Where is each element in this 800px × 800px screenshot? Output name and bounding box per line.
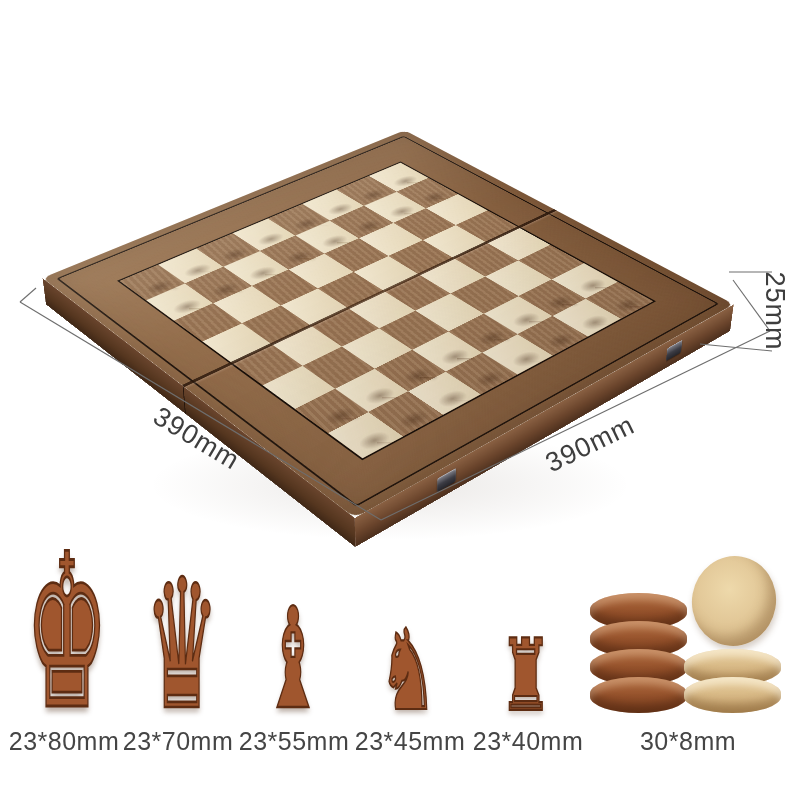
- pawn-glyph: ♟: [167, 270, 211, 308]
- board-top-face: ♜♞♝♛♚♝♞♜♟♟♟♟♟♟♟♟♟♟♟♟♟♟♟♟♜♞♝♛♚♝♞♜: [42, 130, 733, 518]
- pawn-glyph: ♟: [205, 253, 248, 290]
- latch-icon: [666, 340, 683, 361]
- rook-glyph: ♜: [500, 637, 552, 713]
- board-left-side-seam: [183, 386, 186, 415]
- board-scene: ♜♞♝♛♚♝♞♜♟♟♟♟♟♟♟♟♟♟♟♟♟♟♟♟♜♞♝♛♚♝♞♜: [139, 46, 629, 536]
- size-label-checkers: 30*8mm: [640, 727, 736, 756]
- king-glyph: ♚: [25, 551, 108, 713]
- size-label-rook: 23*40mm: [473, 727, 584, 756]
- checker-disc-brown: [590, 677, 687, 713]
- knight-glyph: ♞: [379, 628, 438, 713]
- rook-glyph: ♜: [347, 392, 405, 443]
- latch-icon: [437, 468, 456, 492]
- chess-board: ♜♞♝♛♚♝♞♜♟♟♟♟♟♟♟♟♟♟♟♟♟♟♟♟♜♞♝♛♚♝♞♜: [42, 130, 733, 518]
- queen-glyph: ♛: [145, 577, 219, 713]
- lineup-knight: ♞: [360, 632, 455, 713]
- size-label-bishop: 23*55mm: [239, 727, 350, 756]
- size-label-queen: 23*70mm: [123, 727, 234, 756]
- dimension-tick: [20, 288, 36, 302]
- lineup-bishop: ♝: [240, 623, 346, 713]
- lineup-queen: ♛: [120, 608, 244, 713]
- pawn-glyph: ♟: [243, 237, 285, 274]
- board-square: ♟: [146, 283, 213, 320]
- checker-disc-light-leaning: [685, 549, 783, 652]
- size-label-king: 23*80mm: [9, 727, 120, 756]
- checkers-stack-brown: [590, 601, 687, 713]
- dimension-tick: [700, 344, 772, 351]
- product-photo: ♜♞♝♛♚♝♞♜♟♟♟♟♟♟♟♟♟♟♟♟♟♟♟♟♜♞♝♛♚♝♞♜ 390mm 3…: [0, 0, 800, 800]
- lineup-king: ♚: [0, 599, 134, 713]
- dimension-board-thickness: 25mm: [760, 271, 790, 350]
- pawn-glyph: ♟: [280, 222, 322, 258]
- checkers-stack-light: [684, 657, 781, 713]
- size-label-knight: 23*45mm: [355, 727, 466, 756]
- dimension-tick: [733, 280, 770, 331]
- bishop-glyph: ♝: [262, 607, 323, 713]
- checker-disc-light: [684, 677, 781, 713]
- lineup-rook: ♜: [484, 642, 568, 713]
- pawn-glyph: ♟: [316, 206, 357, 242]
